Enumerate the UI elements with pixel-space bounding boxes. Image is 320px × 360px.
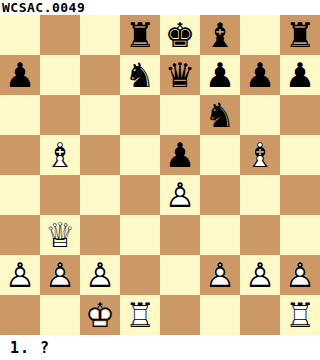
square-c2[interactable]: ♟♙ (80, 255, 120, 295)
square-h3[interactable] (280, 215, 320, 255)
square-e5[interactable]: ♟ (160, 135, 200, 175)
square-g4[interactable] (240, 175, 280, 215)
piece-white-rook: ♖ (120, 295, 160, 335)
square-h6[interactable] (280, 95, 320, 135)
chess-app-window: WCSAC.0049 ♜♚♝♜♟♞♛♟♟♟♞♝♗♟♝♗♟♙♛♕♟♙♟♙♟♙♟♙♟… (0, 0, 320, 360)
piece-white-king: ♔ (80, 295, 120, 335)
square-e1[interactable] (160, 295, 200, 335)
square-c6[interactable] (80, 95, 120, 135)
piece-black-pawn: ♟ (0, 55, 40, 95)
piece-black-rook: ♜ (280, 15, 320, 55)
square-a8[interactable] (0, 15, 40, 55)
square-g7[interactable]: ♟ (240, 55, 280, 95)
piece-black-king: ♚ (160, 15, 200, 55)
square-b6[interactable] (40, 95, 80, 135)
square-e6[interactable] (160, 95, 200, 135)
square-b3[interactable]: ♛♕ (40, 215, 80, 255)
square-h4[interactable] (280, 175, 320, 215)
square-e3[interactable] (160, 215, 200, 255)
square-b5[interactable]: ♝♗ (40, 135, 80, 175)
square-g3[interactable] (240, 215, 280, 255)
square-c5[interactable] (80, 135, 120, 175)
square-f3[interactable] (200, 215, 240, 255)
piece-white-rook: ♖ (280, 295, 320, 335)
page-title: WCSAC.0049 (0, 0, 85, 15)
square-f5[interactable] (200, 135, 240, 175)
footer-bar: 1. ? (0, 335, 320, 360)
square-d3[interactable] (120, 215, 160, 255)
square-c1[interactable]: ♚♔ (80, 295, 120, 335)
square-d4[interactable] (120, 175, 160, 215)
piece-black-knight: ♞ (200, 95, 240, 135)
square-b8[interactable] (40, 15, 80, 55)
square-f8[interactable]: ♝ (200, 15, 240, 55)
piece-white-pawn: ♙ (0, 255, 40, 295)
square-c7[interactable] (80, 55, 120, 95)
square-a4[interactable] (0, 175, 40, 215)
square-e2[interactable] (160, 255, 200, 295)
piece-white-queen: ♕ (40, 215, 80, 255)
square-h8[interactable]: ♜ (280, 15, 320, 55)
square-e8[interactable]: ♚ (160, 15, 200, 55)
square-g8[interactable] (240, 15, 280, 55)
piece-black-pawn: ♟ (240, 55, 280, 95)
square-h1[interactable]: ♜♖ (280, 295, 320, 335)
square-f1[interactable] (200, 295, 240, 335)
square-a7[interactable]: ♟ (0, 55, 40, 95)
piece-white-pawn: ♙ (240, 255, 280, 295)
square-b1[interactable] (40, 295, 80, 335)
square-f4[interactable] (200, 175, 240, 215)
piece-white-bishop: ♗ (40, 135, 80, 175)
piece-black-bishop: ♝ (200, 15, 240, 55)
square-f7[interactable]: ♟ (200, 55, 240, 95)
square-b7[interactable] (40, 55, 80, 95)
square-d1[interactable]: ♜♖ (120, 295, 160, 335)
piece-black-pawn: ♟ (160, 135, 200, 175)
square-d6[interactable] (120, 95, 160, 135)
piece-white-pawn: ♙ (200, 255, 240, 295)
square-a6[interactable] (0, 95, 40, 135)
square-b2[interactable]: ♟♙ (40, 255, 80, 295)
square-h7[interactable]: ♟ (280, 55, 320, 95)
piece-white-pawn: ♙ (280, 255, 320, 295)
title-bar: WCSAC.0049 (0, 0, 320, 15)
piece-white-pawn: ♙ (80, 255, 120, 295)
square-a1[interactable] (0, 295, 40, 335)
square-h5[interactable] (280, 135, 320, 175)
square-c3[interactable] (80, 215, 120, 255)
square-c4[interactable] (80, 175, 120, 215)
square-g6[interactable] (240, 95, 280, 135)
move-prompt: 1. ? (0, 339, 50, 357)
square-f6[interactable]: ♞ (200, 95, 240, 135)
square-e7[interactable]: ♛ (160, 55, 200, 95)
square-d2[interactable] (120, 255, 160, 295)
square-d7[interactable]: ♞ (120, 55, 160, 95)
square-g1[interactable] (240, 295, 280, 335)
square-c8[interactable] (80, 15, 120, 55)
square-a3[interactable] (0, 215, 40, 255)
square-g2[interactable]: ♟♙ (240, 255, 280, 295)
square-b4[interactable] (40, 175, 80, 215)
square-g5[interactable]: ♝♗ (240, 135, 280, 175)
square-a5[interactable] (0, 135, 40, 175)
piece-white-pawn: ♙ (160, 175, 200, 215)
square-d8[interactable]: ♜ (120, 15, 160, 55)
chess-board: ♜♚♝♜♟♞♛♟♟♟♞♝♗♟♝♗♟♙♛♕♟♙♟♙♟♙♟♙♟♙♟♙♚♔♜♖♜♖ (0, 15, 320, 335)
square-e4[interactable]: ♟♙ (160, 175, 200, 215)
piece-black-queen: ♛ (160, 55, 200, 95)
piece-black-pawn: ♟ (200, 55, 240, 95)
piece-black-rook: ♜ (120, 15, 160, 55)
square-h2[interactable]: ♟♙ (280, 255, 320, 295)
piece-black-knight: ♞ (120, 55, 160, 95)
piece-white-pawn: ♙ (40, 255, 80, 295)
piece-white-bishop: ♗ (240, 135, 280, 175)
square-d5[interactable] (120, 135, 160, 175)
square-f2[interactable]: ♟♙ (200, 255, 240, 295)
square-a2[interactable]: ♟♙ (0, 255, 40, 295)
piece-black-pawn: ♟ (280, 55, 320, 95)
